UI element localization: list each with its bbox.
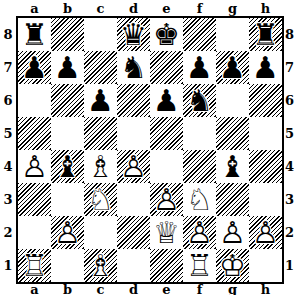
rank-label-3: 3: [284, 183, 295, 216]
square-e3[interactable]: ♟♙: [150, 183, 183, 216]
piece-white-pawn-outline: ♙: [18, 150, 51, 183]
piece-white-pawn[interactable]: ♟♙: [117, 150, 150, 183]
piece-white-queen[interactable]: ♛♕: [150, 216, 183, 249]
piece-black-king-glyph: ♚: [150, 18, 183, 51]
square-a7[interactable]: ♟: [18, 51, 51, 84]
file-labels-bottom: abcdefgh: [18, 283, 282, 295]
square-c6[interactable]: ♟: [84, 84, 117, 117]
square-b4[interactable]: ♝: [51, 150, 84, 183]
square-g1[interactable]: ♚♔: [216, 249, 249, 282]
rank-label-5: 5: [284, 117, 295, 150]
rank-labels-right: 87654321: [284, 18, 295, 282]
square-b8[interactable]: [51, 18, 84, 51]
square-f1[interactable]: ♜♖: [183, 249, 216, 282]
piece-white-king[interactable]: ♚♔: [216, 249, 249, 282]
square-b6[interactable]: [51, 84, 84, 117]
piece-black-rook-glyph: ♜: [18, 18, 51, 51]
piece-white-bishop[interactable]: ♝♗: [84, 150, 117, 183]
piece-white-pawn[interactable]: ♟♙: [18, 150, 51, 183]
piece-black-rook[interactable]: ♜: [249, 18, 282, 51]
piece-white-pawn[interactable]: ♟♙: [249, 216, 282, 249]
piece-white-pawn-outline: ♙: [117, 150, 150, 183]
square-f2[interactable]: ♟♙: [183, 216, 216, 249]
rank-label-1: 1: [0, 249, 16, 282]
piece-black-pawn-glyph: ♟: [150, 84, 183, 117]
square-d8[interactable]: ♛: [117, 18, 150, 51]
piece-white-pawn-outline: ♙: [249, 216, 282, 249]
square-h1[interactable]: [249, 249, 282, 282]
file-label-g: g: [216, 0, 249, 16]
square-f6[interactable]: ♞: [183, 84, 216, 117]
piece-black-pawn[interactable]: ♟: [18, 51, 51, 84]
square-f8[interactable]: [183, 18, 216, 51]
square-c7[interactable]: [84, 51, 117, 84]
piece-black-pawn[interactable]: ♟: [216, 51, 249, 84]
square-d2[interactable]: [117, 216, 150, 249]
square-d5[interactable]: [117, 117, 150, 150]
piece-white-knight-outline: ♘: [84, 183, 117, 216]
file-label-f: f: [183, 283, 216, 295]
rank-label-8: 8: [284, 18, 295, 51]
piece-black-pawn-glyph: ♟: [183, 51, 216, 84]
square-b1[interactable]: [51, 249, 84, 282]
square-h8[interactable]: ♜: [249, 18, 282, 51]
square-f3[interactable]: ♞♘: [183, 183, 216, 216]
piece-black-queen[interactable]: ♛: [117, 18, 150, 51]
file-label-e: e: [150, 283, 183, 295]
piece-white-king-outline: ♔: [216, 249, 249, 282]
piece-black-pawn-glyph: ♟: [84, 84, 117, 117]
square-d4[interactable]: ♟♙: [117, 150, 150, 183]
piece-white-rook[interactable]: ♜♖: [183, 249, 216, 282]
square-d1[interactable]: [117, 249, 150, 282]
square-b5[interactable]: [51, 117, 84, 150]
piece-black-pawn-glyph: ♟: [249, 51, 282, 84]
file-label-b: b: [51, 283, 84, 295]
file-label-e: e: [150, 0, 183, 16]
rank-label-5: 5: [0, 117, 16, 150]
piece-black-pawn[interactable]: ♟: [183, 51, 216, 84]
square-g3[interactable]: [216, 183, 249, 216]
piece-black-rook[interactable]: ♜: [18, 18, 51, 51]
square-b2[interactable]: ♟♙: [51, 216, 84, 249]
file-label-a: a: [18, 283, 51, 295]
square-b7[interactable]: ♟: [51, 51, 84, 84]
square-g7[interactable]: ♟: [216, 51, 249, 84]
square-g2[interactable]: ♟♙: [216, 216, 249, 249]
rank-labels-left: 87654321: [0, 18, 16, 282]
piece-white-rook-outline: ♖: [183, 249, 216, 282]
rank-label-7: 7: [0, 51, 16, 84]
square-c3[interactable]: ♞♘: [84, 183, 117, 216]
piece-white-rook[interactable]: ♜♖: [18, 249, 51, 282]
square-h4[interactable]: [249, 150, 282, 183]
square-b3[interactable]: [51, 183, 84, 216]
square-a5[interactable]: [18, 117, 51, 150]
piece-black-pawn-glyph: ♟: [51, 51, 84, 84]
piece-black-knight[interactable]: ♞: [183, 84, 216, 117]
rank-label-6: 6: [0, 84, 16, 117]
chess-diagram: abcdefgh 87654321 ♜♛♚♜♟♟♞♟♟♟♟♟♞♟♙♝♝♗♟♙♝♞…: [0, 0, 295, 295]
square-e6[interactable]: ♟: [150, 84, 183, 117]
square-a4[interactable]: ♟♙: [18, 150, 51, 183]
square-e4[interactable]: [150, 150, 183, 183]
rank-label-1: 1: [284, 249, 295, 282]
square-e2[interactable]: ♛♕: [150, 216, 183, 249]
piece-black-pawn-glyph: ♟: [216, 51, 249, 84]
square-f4[interactable]: [183, 150, 216, 183]
square-h5[interactable]: [249, 117, 282, 150]
piece-white-rook-outline: ♖: [18, 249, 51, 282]
square-c8[interactable]: [84, 18, 117, 51]
chess-board: ♜♛♚♜♟♟♞♟♟♟♟♟♞♟♙♝♝♗♟♙♝♞♘♟♙♞♘♟♙♛♕♟♙♟♙♟♙♜♖♝…: [16, 16, 284, 284]
piece-white-pawn-outline: ♙: [51, 216, 84, 249]
square-g8[interactable]: [216, 18, 249, 51]
square-h3[interactable]: [249, 183, 282, 216]
piece-black-rook-glyph: ♜: [249, 18, 282, 51]
file-label-b: b: [51, 0, 84, 16]
piece-black-king[interactable]: ♚: [150, 18, 183, 51]
square-a6[interactable]: [18, 84, 51, 117]
piece-white-pawn[interactable]: ♟♙: [51, 216, 84, 249]
square-g5[interactable]: [216, 117, 249, 150]
file-label-c: c: [84, 0, 117, 16]
square-a2[interactable]: [18, 216, 51, 249]
piece-white-queen-outline: ♕: [150, 216, 183, 249]
file-label-a: a: [18, 0, 51, 16]
square-c2[interactable]: [84, 216, 117, 249]
square-f5[interactable]: [183, 117, 216, 150]
square-d7[interactable]: ♞: [117, 51, 150, 84]
piece-black-queen-glyph: ♛: [117, 18, 150, 51]
piece-black-pawn[interactable]: ♟: [51, 51, 84, 84]
square-g6[interactable]: [216, 84, 249, 117]
piece-white-knight[interactable]: ♞♘: [183, 183, 216, 216]
square-a8[interactable]: ♜: [18, 18, 51, 51]
rank-label-4: 4: [284, 150, 295, 183]
file-label-g: g: [216, 283, 249, 295]
piece-white-pawn-outline: ♙: [150, 183, 183, 216]
square-e5[interactable]: [150, 117, 183, 150]
rank-label-8: 8: [0, 18, 16, 51]
piece-black-bishop[interactable]: ♝: [51, 150, 84, 183]
piece-white-knight-outline: ♘: [183, 183, 216, 216]
piece-black-knight[interactable]: ♞: [117, 51, 150, 84]
piece-white-pawn-outline: ♙: [216, 216, 249, 249]
piece-black-bishop-glyph: ♝: [51, 150, 84, 183]
piece-white-pawn-outline: ♙: [183, 216, 216, 249]
file-label-h: h: [249, 283, 282, 295]
file-label-d: d: [117, 0, 150, 16]
piece-black-knight-glyph: ♞: [117, 51, 150, 84]
rank-label-4: 4: [0, 150, 16, 183]
rank-label-2: 2: [284, 216, 295, 249]
file-label-h: h: [249, 0, 282, 16]
rank-label-3: 3: [0, 183, 16, 216]
square-e1[interactable]: [150, 249, 183, 282]
rank-label-7: 7: [284, 51, 295, 84]
file-label-f: f: [183, 0, 216, 16]
piece-black-pawn[interactable]: ♟: [84, 84, 117, 117]
square-h6[interactable]: [249, 84, 282, 117]
square-h2[interactable]: ♟♙: [249, 216, 282, 249]
piece-black-pawn[interactable]: ♟: [249, 51, 282, 84]
file-label-c: c: [84, 283, 117, 295]
piece-black-bishop-glyph: ♝: [216, 150, 249, 183]
piece-white-pawn[interactable]: ♟♙: [216, 216, 249, 249]
piece-black-bishop[interactable]: ♝: [216, 150, 249, 183]
piece-white-pawn[interactable]: ♟♙: [150, 183, 183, 216]
piece-white-bishop[interactable]: ♝♗: [84, 249, 117, 282]
rank-label-6: 6: [284, 84, 295, 117]
piece-white-knight[interactable]: ♞♘: [84, 183, 117, 216]
piece-white-bishop-outline: ♗: [84, 150, 117, 183]
piece-white-bishop-outline: ♗: [84, 249, 117, 282]
square-a3[interactable]: [18, 183, 51, 216]
square-a1[interactable]: ♜♖: [18, 249, 51, 282]
square-c1[interactable]: ♝♗: [84, 249, 117, 282]
square-e7[interactable]: [150, 51, 183, 84]
square-h7[interactable]: ♟: [249, 51, 282, 84]
file-label-d: d: [117, 283, 150, 295]
piece-black-knight-glyph: ♞: [183, 84, 216, 117]
piece-white-pawn[interactable]: ♟♙: [183, 216, 216, 249]
file-labels-top: abcdefgh: [18, 0, 282, 16]
square-d3[interactable]: [117, 183, 150, 216]
piece-black-pawn-glyph: ♟: [18, 51, 51, 84]
square-c5[interactable]: [84, 117, 117, 150]
square-c4[interactable]: ♝♗: [84, 150, 117, 183]
square-d6[interactable]: [117, 84, 150, 117]
square-f7[interactable]: ♟: [183, 51, 216, 84]
square-g4[interactable]: ♝: [216, 150, 249, 183]
square-e8[interactable]: ♚: [150, 18, 183, 51]
piece-black-pawn[interactable]: ♟: [150, 84, 183, 117]
rank-label-2: 2: [0, 216, 16, 249]
